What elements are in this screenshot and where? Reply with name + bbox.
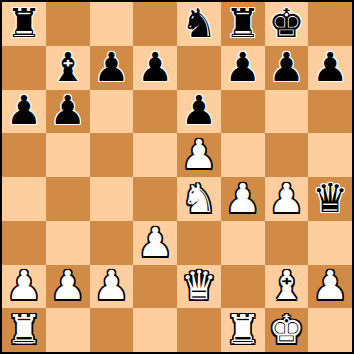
- square-a1[interactable]: ♜: [2, 308, 46, 352]
- square-a4[interactable]: [2, 177, 46, 221]
- square-d3[interactable]: ♟: [133, 221, 177, 265]
- square-a7[interactable]: [2, 46, 46, 90]
- square-f2[interactable]: [221, 265, 265, 309]
- square-g2[interactable]: ♝: [265, 265, 309, 309]
- square-e4[interactable]: ♞: [177, 177, 221, 221]
- white-pawn-piece[interactable]: ♟: [93, 265, 129, 305]
- square-b3[interactable]: [46, 221, 90, 265]
- black-pawn-piece[interactable]: ♟: [181, 90, 217, 130]
- black-queen-piece[interactable]: ♛: [312, 178, 348, 218]
- square-f4[interactable]: ♟: [221, 177, 265, 221]
- square-d6[interactable]: [133, 90, 177, 134]
- black-pawn-piece[interactable]: ♟: [93, 47, 129, 87]
- square-h8[interactable]: [308, 2, 352, 46]
- square-e7[interactable]: [177, 46, 221, 90]
- white-rook-piece[interactable]: ♜: [225, 309, 261, 349]
- square-h6[interactable]: [308, 90, 352, 134]
- square-f1[interactable]: ♜: [221, 308, 265, 352]
- square-b7[interactable]: ♝: [46, 46, 90, 90]
- chess-board-frame: ♜♞♜♚♝♟♟♟♟♟♟♟♟♟♞♟♟♛♟♟♟♟♛♝♟♜♜♚: [0, 0, 354, 354]
- black-rook-piece[interactable]: ♜: [6, 3, 42, 43]
- white-queen-piece[interactable]: ♛: [181, 265, 217, 305]
- white-pawn-piece[interactable]: ♟: [137, 222, 173, 262]
- black-pawn-piece[interactable]: ♟: [137, 47, 173, 87]
- square-h4[interactable]: ♛: [308, 177, 352, 221]
- black-king-piece[interactable]: ♚: [268, 3, 304, 43]
- square-f6[interactable]: [221, 90, 265, 134]
- square-b8[interactable]: [46, 2, 90, 46]
- square-g4[interactable]: ♟: [265, 177, 309, 221]
- black-pawn-piece[interactable]: ♟: [50, 90, 86, 130]
- square-f8[interactable]: ♜: [221, 2, 265, 46]
- black-pawn-piece[interactable]: ♟: [268, 47, 304, 87]
- square-d8[interactable]: [133, 2, 177, 46]
- square-b4[interactable]: [46, 177, 90, 221]
- square-d7[interactable]: ♟: [133, 46, 177, 90]
- square-g7[interactable]: ♟: [265, 46, 309, 90]
- square-e8[interactable]: ♞: [177, 2, 221, 46]
- square-b1[interactable]: [46, 308, 90, 352]
- square-h7[interactable]: ♟: [308, 46, 352, 90]
- square-c4[interactable]: [90, 177, 134, 221]
- square-a5[interactable]: [2, 133, 46, 177]
- white-king-piece[interactable]: ♚: [268, 309, 304, 349]
- square-e5[interactable]: ♟: [177, 133, 221, 177]
- white-pawn-piece[interactable]: ♟: [225, 178, 261, 218]
- black-knight-piece[interactable]: ♞: [181, 3, 217, 43]
- black-pawn-piece[interactable]: ♟: [6, 90, 42, 130]
- square-g6[interactable]: [265, 90, 309, 134]
- white-pawn-piece[interactable]: ♟: [268, 178, 304, 218]
- black-pawn-piece[interactable]: ♟: [225, 47, 261, 87]
- square-f5[interactable]: [221, 133, 265, 177]
- square-c2[interactable]: ♟: [90, 265, 134, 309]
- white-pawn-piece[interactable]: ♟: [312, 265, 348, 305]
- square-e1[interactable]: [177, 308, 221, 352]
- square-f7[interactable]: ♟: [221, 46, 265, 90]
- square-c1[interactable]: [90, 308, 134, 352]
- square-a3[interactable]: [2, 221, 46, 265]
- square-h3[interactable]: [308, 221, 352, 265]
- black-bishop-piece[interactable]: ♝: [50, 47, 86, 87]
- square-b5[interactable]: [46, 133, 90, 177]
- square-d1[interactable]: [133, 308, 177, 352]
- square-f3[interactable]: [221, 221, 265, 265]
- white-pawn-piece[interactable]: ♟: [50, 265, 86, 305]
- black-rook-piece[interactable]: ♜: [225, 3, 261, 43]
- square-d4[interactable]: [133, 177, 177, 221]
- chess-board: ♜♞♜♚♝♟♟♟♟♟♟♟♟♟♞♟♟♛♟♟♟♟♛♝♟♜♜♚: [2, 2, 352, 352]
- square-h1[interactable]: [308, 308, 352, 352]
- square-c8[interactable]: [90, 2, 134, 46]
- white-knight-piece[interactable]: ♞: [181, 178, 217, 218]
- square-a6[interactable]: ♟: [2, 90, 46, 134]
- square-a8[interactable]: ♜: [2, 2, 46, 46]
- white-pawn-piece[interactable]: ♟: [6, 265, 42, 305]
- square-a2[interactable]: ♟: [2, 265, 46, 309]
- square-g3[interactable]: [265, 221, 309, 265]
- square-d5[interactable]: [133, 133, 177, 177]
- white-pawn-piece[interactable]: ♟: [181, 134, 217, 174]
- square-b6[interactable]: ♟: [46, 90, 90, 134]
- square-b2[interactable]: ♟: [46, 265, 90, 309]
- square-h5[interactable]: [308, 133, 352, 177]
- square-c7[interactable]: ♟: [90, 46, 134, 90]
- square-c6[interactable]: [90, 90, 134, 134]
- square-g1[interactable]: ♚: [265, 308, 309, 352]
- square-d2[interactable]: [133, 265, 177, 309]
- white-bishop-piece[interactable]: ♝: [268, 265, 304, 305]
- square-e3[interactable]: [177, 221, 221, 265]
- white-rook-piece[interactable]: ♜: [6, 309, 42, 349]
- black-pawn-piece[interactable]: ♟: [312, 47, 348, 87]
- square-e6[interactable]: ♟: [177, 90, 221, 134]
- square-g5[interactable]: [265, 133, 309, 177]
- square-g8[interactable]: ♚: [265, 2, 309, 46]
- square-c3[interactable]: [90, 221, 134, 265]
- square-h2[interactable]: ♟: [308, 265, 352, 309]
- square-c5[interactable]: [90, 133, 134, 177]
- square-e2[interactable]: ♛: [177, 265, 221, 309]
